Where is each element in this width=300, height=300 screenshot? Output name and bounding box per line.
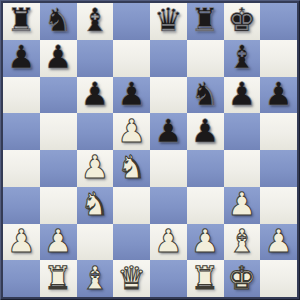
square-d4[interactable]: ♞ [113, 150, 150, 187]
piece-black-pawn[interactable]: ♟ [81, 78, 110, 110]
piece-black-queen[interactable]: ♛ [154, 4, 183, 36]
piece-black-pawn[interactable]: ♟ [117, 78, 146, 110]
square-d8[interactable] [113, 3, 150, 40]
square-d1[interactable]: ♛ [113, 260, 150, 297]
square-e5[interactable]: ♟ [150, 113, 187, 150]
square-d7[interactable] [113, 40, 150, 77]
square-e7[interactable] [150, 40, 187, 77]
square-h7[interactable] [260, 40, 297, 77]
piece-white-bishop[interactable]: ♝ [81, 262, 110, 294]
square-e8[interactable]: ♛ [150, 3, 187, 40]
chess-board: ♜♞♝♛♜♚♟♟♝♟♟♞♟♟♟♟♟♟♞♞♟♟♟♟♟♝♟♜♝♛♜♚ [3, 3, 297, 297]
piece-black-rook[interactable]: ♜ [191, 4, 220, 36]
piece-white-rook[interactable]: ♜ [191, 262, 220, 294]
square-c8[interactable]: ♝ [77, 3, 114, 40]
square-h3[interactable] [260, 187, 297, 224]
piece-black-bishop[interactable]: ♝ [228, 41, 257, 73]
square-e1[interactable] [150, 260, 187, 297]
square-b2[interactable]: ♟ [40, 224, 77, 261]
square-g5[interactable] [224, 113, 261, 150]
square-f1[interactable]: ♜ [187, 260, 224, 297]
piece-black-pawn[interactable]: ♟ [44, 41, 73, 73]
square-f7[interactable] [187, 40, 224, 77]
square-f8[interactable]: ♜ [187, 3, 224, 40]
square-f4[interactable] [187, 150, 224, 187]
piece-black-pawn[interactable]: ♟ [154, 115, 183, 147]
piece-white-pawn[interactable]: ♟ [154, 225, 183, 257]
square-d6[interactable]: ♟ [113, 77, 150, 114]
square-b1[interactable]: ♜ [40, 260, 77, 297]
square-e3[interactable] [150, 187, 187, 224]
square-f3[interactable] [187, 187, 224, 224]
square-b7[interactable]: ♟ [40, 40, 77, 77]
square-c4[interactable]: ♟ [77, 150, 114, 187]
square-g8[interactable]: ♚ [224, 3, 261, 40]
piece-white-knight[interactable]: ♞ [117, 151, 146, 183]
square-c5[interactable] [77, 113, 114, 150]
square-e4[interactable] [150, 150, 187, 187]
square-b4[interactable] [40, 150, 77, 187]
square-g1[interactable]: ♚ [224, 260, 261, 297]
board-frame: ♜♞♝♛♜♚♟♟♝♟♟♞♟♟♟♟♟♟♞♞♟♟♟♟♟♝♟♜♝♛♜♚ [0, 0, 300, 300]
square-g3[interactable]: ♟ [224, 187, 261, 224]
square-e6[interactable] [150, 77, 187, 114]
square-d3[interactable] [113, 187, 150, 224]
square-g4[interactable] [224, 150, 261, 187]
square-c1[interactable]: ♝ [77, 260, 114, 297]
square-h1[interactable] [260, 260, 297, 297]
piece-white-pawn[interactable]: ♟ [81, 151, 110, 183]
piece-white-pawn[interactable]: ♟ [228, 188, 257, 220]
square-f6[interactable]: ♞ [187, 77, 224, 114]
piece-black-bishop[interactable]: ♝ [81, 4, 110, 36]
piece-white-bishop[interactable]: ♝ [228, 225, 257, 257]
piece-white-pawn[interactable]: ♟ [7, 225, 36, 257]
piece-black-rook[interactable]: ♜ [7, 4, 36, 36]
piece-black-pawn[interactable]: ♟ [228, 78, 257, 110]
square-f5[interactable]: ♟ [187, 113, 224, 150]
square-g6[interactable]: ♟ [224, 77, 261, 114]
square-a4[interactable] [3, 150, 40, 187]
square-c7[interactable] [77, 40, 114, 77]
piece-black-knight[interactable]: ♞ [191, 78, 220, 110]
square-a1[interactable] [3, 260, 40, 297]
square-a7[interactable]: ♟ [3, 40, 40, 77]
square-h8[interactable] [260, 3, 297, 40]
square-h6[interactable]: ♟ [260, 77, 297, 114]
piece-black-pawn[interactable]: ♟ [264, 78, 293, 110]
square-a5[interactable] [3, 113, 40, 150]
square-e2[interactable]: ♟ [150, 224, 187, 261]
piece-white-queen[interactable]: ♛ [117, 262, 146, 294]
piece-black-pawn[interactable]: ♟ [7, 41, 36, 73]
square-f2[interactable]: ♟ [187, 224, 224, 261]
square-c2[interactable] [77, 224, 114, 261]
square-b3[interactable] [40, 187, 77, 224]
piece-white-rook[interactable]: ♜ [44, 262, 73, 294]
square-b5[interactable] [40, 113, 77, 150]
square-a8[interactable]: ♜ [3, 3, 40, 40]
square-a6[interactable] [3, 77, 40, 114]
square-c6[interactable]: ♟ [77, 77, 114, 114]
piece-black-pawn[interactable]: ♟ [191, 115, 220, 147]
square-g7[interactable]: ♝ [224, 40, 261, 77]
piece-white-pawn[interactable]: ♟ [117, 115, 146, 147]
square-d2[interactable] [113, 224, 150, 261]
square-b6[interactable] [40, 77, 77, 114]
piece-white-knight[interactable]: ♞ [81, 188, 110, 220]
square-b8[interactable]: ♞ [40, 3, 77, 40]
square-h5[interactable] [260, 113, 297, 150]
square-a3[interactable] [3, 187, 40, 224]
square-h4[interactable] [260, 150, 297, 187]
piece-white-king[interactable]: ♚ [228, 262, 257, 294]
piece-white-pawn[interactable]: ♟ [44, 225, 73, 257]
piece-black-knight[interactable]: ♞ [44, 4, 73, 36]
square-d5[interactable]: ♟ [113, 113, 150, 150]
piece-white-pawn[interactable]: ♟ [191, 225, 220, 257]
square-g2[interactable]: ♝ [224, 224, 261, 261]
piece-white-pawn[interactable]: ♟ [264, 225, 293, 257]
piece-black-king[interactable]: ♚ [228, 4, 257, 36]
square-a2[interactable]: ♟ [3, 224, 40, 261]
square-h2[interactable]: ♟ [260, 224, 297, 261]
square-c3[interactable]: ♞ [77, 187, 114, 224]
